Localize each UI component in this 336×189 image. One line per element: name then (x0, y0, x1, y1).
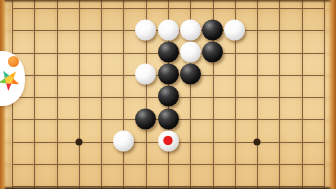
board-cell[interactable] (246, 42, 268, 64)
board-cell[interactable] (68, 64, 90, 86)
board-cell[interactable] (90, 20, 112, 42)
board-cell[interactable] (112, 154, 134, 176)
board-cell[interactable] (46, 0, 68, 20)
board-cell[interactable] (201, 109, 223, 131)
board-cell[interactable] (46, 109, 68, 131)
board-cell[interactable]: ○ (112, 131, 134, 153)
board-cell[interactable] (23, 131, 45, 153)
board-cell[interactable]: ○ (135, 20, 157, 42)
board-cell[interactable] (313, 109, 335, 131)
board-cell[interactable] (268, 64, 290, 86)
game-screen: ○○○●○●○●○●●●●●○○ (0, 0, 336, 189)
board-cell[interactable] (313, 154, 335, 176)
board-cell[interactable] (179, 109, 201, 131)
board-cell[interactable] (291, 20, 313, 42)
board-cell[interactable] (68, 20, 90, 42)
board-cell[interactable] (112, 109, 134, 131)
white-stone: ○ (180, 19, 201, 40)
board-cell[interactable] (68, 131, 90, 153)
stone-glyph: ● (202, 41, 223, 62)
board-cell[interactable] (313, 42, 335, 64)
board-cell[interactable] (246, 0, 268, 20)
white-stone: ○ (224, 19, 245, 40)
board-cell[interactable] (112, 176, 134, 189)
board-cell[interactable] (68, 176, 90, 189)
board-cell[interactable] (268, 109, 290, 131)
stone-glyph: ○ (135, 64, 156, 85)
stone-glyph: ○ (180, 41, 201, 62)
board-cell[interactable] (157, 176, 179, 189)
star-point (254, 139, 261, 146)
board-cell[interactable] (291, 109, 313, 131)
stone-glyph: ● (158, 64, 179, 85)
board-cell[interactable] (179, 176, 201, 189)
board-cell[interactable] (201, 154, 223, 176)
board-cell[interactable] (90, 176, 112, 189)
board-cell[interactable] (313, 64, 335, 86)
stone-glyph: ○ (180, 19, 201, 40)
stone-glyph: ○ (113, 130, 134, 151)
stone-glyph: ○ (158, 19, 179, 40)
stone-glyph: ○ (224, 19, 245, 40)
board-cell[interactable] (90, 42, 112, 64)
board-cell[interactable] (23, 154, 45, 176)
board-cell[interactable] (90, 154, 112, 176)
board-cell[interactable] (246, 87, 268, 109)
board-cell[interactable] (246, 154, 268, 176)
board-cell[interactable] (135, 0, 157, 20)
board-cell[interactable] (291, 87, 313, 109)
stone-glyph: ● (202, 19, 223, 40)
board-cell[interactable] (291, 42, 313, 64)
board-cell[interactable] (268, 0, 290, 20)
black-stone: ● (202, 41, 223, 62)
black-stone: ● (180, 64, 201, 85)
board-cell[interactable] (68, 87, 90, 109)
board-cell[interactable] (46, 42, 68, 64)
black-stone: ● (202, 19, 223, 40)
board-cell[interactable]: ○ (179, 42, 201, 64)
board-cell[interactable] (157, 154, 179, 176)
board-cell[interactable] (224, 42, 246, 64)
board-cell[interactable] (291, 0, 313, 20)
board-cell[interactable] (224, 87, 246, 109)
board-cell[interactable] (23, 64, 45, 86)
board-cell[interactable] (23, 0, 45, 20)
board-cell[interactable] (135, 154, 157, 176)
board-cell[interactable] (112, 0, 134, 20)
board-cell[interactable] (268, 42, 290, 64)
board-cell[interactable] (46, 20, 68, 42)
board-cell[interactable] (246, 109, 268, 131)
board-cell[interactable] (313, 20, 335, 42)
board-cell[interactable] (291, 176, 313, 189)
board-cell[interactable] (246, 64, 268, 86)
star-point (75, 139, 82, 146)
board-cell[interactable] (112, 87, 134, 109)
white-stone-last-move: ○ (158, 130, 179, 151)
board-cell[interactable] (201, 87, 223, 109)
board-cell[interactable] (135, 87, 157, 109)
board-cell[interactable] (313, 87, 335, 109)
stone-glyph: ● (135, 108, 156, 129)
board-cell[interactable] (90, 109, 112, 131)
board-cell[interactable] (68, 0, 90, 20)
board-cell[interactable] (135, 131, 157, 153)
black-stone: ● (158, 86, 179, 107)
board-cell[interactable] (112, 64, 134, 86)
board-cell[interactable] (268, 154, 290, 176)
board-cell[interactable] (68, 109, 90, 131)
board-cell[interactable]: ● (157, 109, 179, 131)
board-cell[interactable] (112, 42, 134, 64)
last-move-marker (164, 136, 173, 145)
board-cell[interactable]: ● (135, 109, 157, 131)
board-cell[interactable] (224, 176, 246, 189)
board-cell[interactable] (268, 20, 290, 42)
board-cell[interactable] (23, 109, 45, 131)
black-stone: ● (135, 108, 156, 129)
board-cell[interactable] (1, 176, 23, 189)
board-cell[interactable]: ○ (224, 20, 246, 42)
board-cell[interactable] (268, 87, 290, 109)
board-cell[interactable] (46, 131, 68, 153)
black-stone: ● (158, 108, 179, 129)
board-cell[interactable] (224, 64, 246, 86)
board-cell[interactable] (179, 154, 201, 176)
board-cell[interactable] (157, 0, 179, 20)
board-cell[interactable] (224, 0, 246, 20)
board-cell[interactable] (1, 154, 23, 176)
board-cell[interactable] (179, 0, 201, 20)
board-cell[interactable] (224, 154, 246, 176)
board-cell[interactable] (23, 42, 45, 64)
board-cell[interactable] (268, 176, 290, 189)
board-cell[interactable] (291, 154, 313, 176)
white-stone: ○ (158, 19, 179, 40)
board-cell[interactable]: ○ (179, 20, 201, 42)
board-cell[interactable] (201, 0, 223, 20)
board-cell[interactable] (201, 64, 223, 86)
board-cell[interactable] (313, 176, 335, 189)
board-cell[interactable] (268, 131, 290, 153)
black-stone: ● (158, 41, 179, 62)
board-cell[interactable] (23, 176, 45, 189)
board-cell[interactable]: ○ (135, 64, 157, 86)
board-cell[interactable] (313, 0, 335, 20)
board-cell[interactable] (46, 176, 68, 189)
stone-glyph: ○ (135, 19, 156, 40)
board-cell[interactable] (90, 64, 112, 86)
board-cell[interactable] (313, 131, 335, 153)
board-cell[interactable] (179, 131, 201, 153)
board-cell[interactable] (201, 131, 223, 153)
board-cell[interactable] (246, 20, 268, 42)
board-cell[interactable] (1, 109, 23, 131)
stone-glyph: ● (158, 41, 179, 62)
board-cell[interactable]: ● (201, 20, 223, 42)
board-cell[interactable] (23, 87, 45, 109)
board-cell[interactable]: ● (201, 42, 223, 64)
board-cell[interactable]: ○ (157, 131, 179, 153)
board-cell[interactable] (90, 87, 112, 109)
board-cell[interactable] (291, 131, 313, 153)
board-cell[interactable]: ● (157, 87, 179, 109)
board-cell[interactable] (46, 64, 68, 86)
board-cell[interactable] (1, 0, 23, 20)
board-cell[interactable]: ● (157, 42, 179, 64)
board-cell[interactable] (201, 176, 223, 189)
board-cell[interactable] (135, 176, 157, 189)
board-cell[interactable] (112, 20, 134, 42)
board-cell[interactable] (1, 131, 23, 153)
board-cell[interactable] (68, 154, 90, 176)
board-cell[interactable] (1, 20, 23, 42)
board-cell[interactable] (46, 154, 68, 176)
board-cell[interactable] (90, 131, 112, 153)
board-cell[interactable]: ● (157, 64, 179, 86)
stone-glyph: ● (158, 108, 179, 129)
board-cell[interactable] (23, 20, 45, 42)
board-cell[interactable] (135, 42, 157, 64)
black-stone: ● (158, 64, 179, 85)
board-cell[interactable] (224, 109, 246, 131)
stone-glyph: ● (158, 86, 179, 107)
white-stone: ○ (113, 130, 134, 151)
white-stone: ○ (180, 41, 201, 62)
white-stone: ○ (135, 19, 156, 40)
board-cell[interactable] (68, 42, 90, 64)
board-cell[interactable] (246, 131, 268, 153)
board-cell[interactable] (179, 87, 201, 109)
board-grid: ○○○●○●○●○●●●●●○○ (1, 0, 335, 189)
board-cell[interactable] (46, 87, 68, 109)
board-cell[interactable]: ● (179, 64, 201, 86)
board-cell[interactable] (291, 64, 313, 86)
board-cell[interactable] (246, 176, 268, 189)
stone-glyph: ● (180, 64, 201, 85)
board-cell[interactable] (90, 0, 112, 20)
board-cell[interactable]: ○ (157, 20, 179, 42)
board-cell[interactable] (224, 131, 246, 153)
white-stone: ○ (135, 64, 156, 85)
